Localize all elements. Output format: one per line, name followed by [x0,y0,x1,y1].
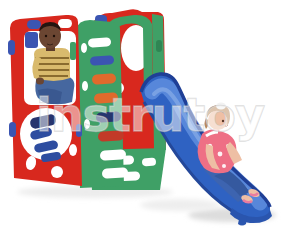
playground-product-photo: instrutoy [0,0,300,228]
blue-handle-peg [9,122,16,137]
photo-canvas: instrutoy [0,0,300,228]
watermark-text: instrutoy [36,88,265,142]
blue-handle-peg [8,40,15,55]
